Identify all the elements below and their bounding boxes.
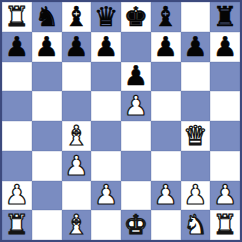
square-d4[interactable]	[91, 121, 121, 151]
square-c7[interactable]: ♟	[62, 32, 92, 62]
square-a3[interactable]	[2, 151, 32, 181]
square-g4[interactable]: ♛	[181, 121, 211, 151]
piece-black-bishop[interactable]: ♝	[154, 2, 178, 32]
piece-white-knight[interactable]: ♞	[183, 210, 207, 240]
piece-black-pawn[interactable]: ♟	[183, 32, 207, 62]
square-b2[interactable]	[32, 181, 62, 211]
piece-black-pawn[interactable]: ♟	[5, 32, 29, 62]
square-e5[interactable]: ♟	[121, 91, 151, 121]
square-b3[interactable]	[32, 151, 62, 181]
square-d5[interactable]	[91, 91, 121, 121]
square-b1[interactable]	[32, 210, 62, 240]
square-e3[interactable]	[121, 151, 151, 181]
square-g5[interactable]	[181, 91, 211, 121]
square-f2[interactable]: ♟	[151, 181, 181, 211]
piece-white-bishop[interactable]: ♝	[64, 121, 88, 151]
square-c8[interactable]: ♝	[62, 2, 92, 32]
square-h7[interactable]: ♟	[210, 32, 240, 62]
square-e6[interactable]: ♟	[121, 62, 151, 92]
square-f4[interactable]	[151, 121, 181, 151]
piece-black-bishop[interactable]: ♝	[64, 2, 88, 32]
square-h1[interactable]: ♜	[210, 210, 240, 240]
piece-black-king[interactable]: ♚	[124, 2, 148, 32]
piece-black-pawn[interactable]: ♟	[154, 32, 178, 62]
square-c4[interactable]: ♝	[62, 121, 92, 151]
square-a8[interactable]: ♜	[2, 2, 32, 32]
piece-white-rook[interactable]: ♜	[5, 210, 29, 240]
square-g2[interactable]: ♟	[181, 181, 211, 211]
piece-white-pawn[interactable]: ♟	[64, 151, 88, 181]
piece-black-rook[interactable]: ♜	[213, 2, 237, 32]
square-a4[interactable]	[2, 121, 32, 151]
square-h6[interactable]	[210, 62, 240, 92]
square-f7[interactable]: ♟	[151, 32, 181, 62]
square-b7[interactable]: ♟	[32, 32, 62, 62]
square-d6[interactable]	[91, 62, 121, 92]
square-e8[interactable]: ♚	[121, 2, 151, 32]
piece-black-pawn[interactable]: ♟	[124, 62, 148, 92]
square-b6[interactable]	[32, 62, 62, 92]
square-c1[interactable]: ♝	[62, 210, 92, 240]
square-d7[interactable]: ♟	[91, 32, 121, 62]
square-d8[interactable]: ♛	[91, 2, 121, 32]
square-c5[interactable]	[62, 91, 92, 121]
square-f3[interactable]	[151, 151, 181, 181]
piece-black-queen[interactable]: ♛	[94, 2, 118, 32]
square-g8[interactable]	[181, 2, 211, 32]
square-f1[interactable]	[151, 210, 181, 240]
square-d3[interactable]	[91, 151, 121, 181]
square-a6[interactable]	[2, 62, 32, 92]
square-h2[interactable]: ♟	[210, 181, 240, 211]
chess-board: ♜♞♝♛♚♝♜♟♟♟♟♟♟♟♟♟♝♛♟♟♟♟♟♟♜♝♚♞♜	[0, 0, 242, 242]
square-h5[interactable]	[210, 91, 240, 121]
piece-black-pawn[interactable]: ♟	[64, 32, 88, 62]
square-a2[interactable]: ♟	[2, 181, 32, 211]
piece-white-king[interactable]: ♚	[124, 210, 148, 240]
square-h3[interactable]	[210, 151, 240, 181]
square-c6[interactable]	[62, 62, 92, 92]
piece-black-pawn[interactable]: ♟	[94, 32, 118, 62]
square-d2[interactable]: ♟	[91, 181, 121, 211]
square-e1[interactable]: ♚	[121, 210, 151, 240]
piece-white-pawn[interactable]: ♟	[124, 91, 148, 121]
piece-white-rook[interactable]: ♜	[5, 2, 29, 32]
square-b8[interactable]: ♞	[32, 2, 62, 32]
piece-white-pawn[interactable]: ♟	[183, 181, 207, 211]
square-d1[interactable]	[91, 210, 121, 240]
square-a1[interactable]: ♜	[2, 210, 32, 240]
piece-black-pawn[interactable]: ♟	[35, 32, 59, 62]
square-e4[interactable]	[121, 121, 151, 151]
piece-white-rook[interactable]: ♜	[213, 210, 237, 240]
piece-black-pawn[interactable]: ♟	[213, 32, 237, 62]
square-g3[interactable]	[181, 151, 211, 181]
piece-white-pawn[interactable]: ♟	[213, 181, 237, 211]
piece-white-pawn[interactable]: ♟	[154, 181, 178, 211]
square-a5[interactable]	[2, 91, 32, 121]
square-h8[interactable]: ♜	[210, 2, 240, 32]
square-a7[interactable]: ♟	[2, 32, 32, 62]
square-g7[interactable]: ♟	[181, 32, 211, 62]
piece-white-queen[interactable]: ♛	[183, 121, 207, 151]
square-c2[interactable]	[62, 181, 92, 211]
square-g1[interactable]: ♞	[181, 210, 211, 240]
square-f8[interactable]: ♝	[151, 2, 181, 32]
square-f5[interactable]	[151, 91, 181, 121]
piece-white-pawn[interactable]: ♟	[5, 181, 29, 211]
square-h4[interactable]	[210, 121, 240, 151]
piece-white-pawn[interactable]: ♟	[94, 181, 118, 211]
square-e2[interactable]	[121, 181, 151, 211]
square-b5[interactable]	[32, 91, 62, 121]
square-g6[interactable]	[181, 62, 211, 92]
square-e7[interactable]	[121, 32, 151, 62]
square-f6[interactable]	[151, 62, 181, 92]
square-c3[interactable]: ♟	[62, 151, 92, 181]
piece-white-bishop[interactable]: ♝	[64, 210, 88, 240]
piece-black-knight[interactable]: ♞	[35, 2, 59, 32]
square-b4[interactable]	[32, 121, 62, 151]
